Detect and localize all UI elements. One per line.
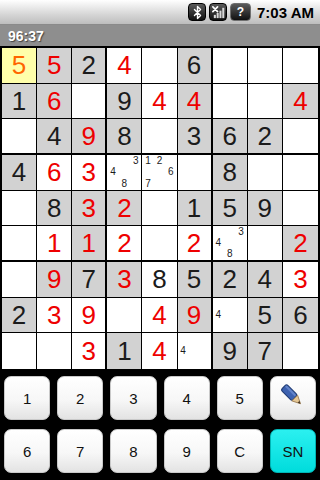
cell-value: 1 xyxy=(47,230,61,256)
cell-value: 1 xyxy=(117,338,131,364)
key-4[interactable]: 4 xyxy=(164,376,210,420)
cell-r1c4[interactable]: 4 xyxy=(107,48,142,84)
cell-value: 5 xyxy=(12,52,26,78)
cell-value: 2 xyxy=(293,230,307,256)
cell-value: 6 xyxy=(47,159,61,185)
cell-r6c3[interactable]: 1 xyxy=(72,226,107,262)
bluetooth-icon xyxy=(188,3,206,21)
cell-value: 4 xyxy=(152,88,166,114)
cell-r7c7[interactable]: 2 xyxy=(213,262,248,298)
key-8[interactable]: 8 xyxy=(110,429,156,473)
cell-value: 4 xyxy=(187,88,201,114)
key-clear[interactable]: C xyxy=(217,429,263,473)
cell-r8c4[interactable] xyxy=(107,298,142,334)
cell-value: 4 xyxy=(117,52,131,78)
cell-r3c7[interactable]: 6 xyxy=(213,119,248,155)
cell-r6c7[interactable]: 348 xyxy=(213,226,248,262)
cell-r3c4[interactable]: 8 xyxy=(107,119,142,155)
cell-r2c8[interactable] xyxy=(248,84,283,120)
cell-r8c1[interactable]: 2 xyxy=(2,298,37,334)
cell-r9c2[interactable] xyxy=(37,333,72,369)
cell-r1c8[interactable] xyxy=(248,48,283,84)
cell-value: 5 xyxy=(47,52,61,78)
cell-r6c4[interactable]: 2 xyxy=(107,226,142,262)
cell-value: 9 xyxy=(187,302,201,328)
cell-value: 6 xyxy=(222,123,236,149)
cell-r7c2[interactable]: 9 xyxy=(37,262,72,298)
signal-no-service-icon xyxy=(209,3,227,21)
cell-r3c6[interactable]: 3 xyxy=(178,119,213,155)
cell-value: 4 xyxy=(258,266,272,292)
cell-r7c4[interactable]: 3 xyxy=(107,262,142,298)
cell-r1c2[interactable]: 5 xyxy=(37,48,72,84)
cell-value: 9 xyxy=(258,195,272,221)
cell-value: 9 xyxy=(117,88,131,114)
cell-r7c1[interactable] xyxy=(2,262,37,298)
cell-r7c3[interactable]: 7 xyxy=(72,262,107,298)
cell-r1c1[interactable]: 5 xyxy=(2,48,37,84)
cell-value: 6 xyxy=(47,88,61,114)
cell-r2c7[interactable] xyxy=(213,84,248,120)
cell-value: 7 xyxy=(258,338,272,364)
cell-r3c3[interactable]: 9 xyxy=(72,119,107,155)
pencil-marks: 4 xyxy=(213,298,247,333)
cell-value: 8 xyxy=(47,195,61,221)
cell-r5c6[interactable]: 1 xyxy=(178,191,213,227)
cell-r6c5[interactable] xyxy=(142,226,177,262)
cell-value: 9 xyxy=(222,338,236,364)
sudoku-board: 5524616944449836246334812678832159112234… xyxy=(0,46,320,371)
cell-value: 3 xyxy=(82,338,96,364)
cell-r2c6[interactable]: 4 xyxy=(178,84,213,120)
cell-value: 8 xyxy=(152,266,166,292)
cell-value: 5 xyxy=(187,266,201,292)
keypad-row-2: 6 7 8 9 C SN xyxy=(4,429,316,473)
cell-r1c7[interactable] xyxy=(213,48,248,84)
cell-value: 5 xyxy=(222,195,236,221)
cell-value: 9 xyxy=(47,266,61,292)
cell-r6c9[interactable]: 2 xyxy=(283,226,318,262)
cell-r4c8[interactable] xyxy=(248,155,283,191)
cell-r8c5[interactable]: 4 xyxy=(142,298,177,334)
cell-value: 7 xyxy=(82,266,96,292)
cell-r2c4[interactable]: 9 xyxy=(107,84,142,120)
cell-value: 4 xyxy=(47,123,61,149)
cell-r7c6[interactable]: 5 xyxy=(178,262,213,298)
cell-r9c7[interactable]: 9 xyxy=(213,333,248,369)
key-5[interactable]: 5 xyxy=(217,376,263,420)
cell-value: 4 xyxy=(152,338,166,364)
cell-value: 4 xyxy=(12,159,26,185)
cell-value: 6 xyxy=(293,302,307,328)
timer-value: 96:37 xyxy=(8,28,44,44)
cell-value: 6 xyxy=(187,52,201,78)
cell-r3c5[interactable] xyxy=(142,119,177,155)
cell-r2c5[interactable]: 4 xyxy=(142,84,177,120)
key-sn[interactable]: SN xyxy=(270,429,316,473)
cell-r6c2[interactable]: 1 xyxy=(37,226,72,262)
key-2[interactable]: 2 xyxy=(57,376,103,420)
status-bar: ? 7:03 AM xyxy=(0,0,320,25)
cell-value: 2 xyxy=(82,52,96,78)
cell-value: 1 xyxy=(12,88,26,114)
pencil-marks: 348 xyxy=(213,226,247,260)
cell-r3c9[interactable] xyxy=(283,119,318,155)
cell-r9c8[interactable]: 7 xyxy=(248,333,283,369)
cell-value: 9 xyxy=(82,302,96,328)
cell-r4c4[interactable]: 348 xyxy=(107,155,142,191)
cell-r8c6[interactable]: 9 xyxy=(178,298,213,334)
cell-r1c9[interactable] xyxy=(283,48,318,84)
pencil-marks: 4 xyxy=(178,333,211,369)
cell-r8c8[interactable]: 5 xyxy=(248,298,283,334)
cell-r2c3[interactable] xyxy=(72,84,107,120)
cell-r5c9[interactable] xyxy=(283,191,318,227)
cell-r6c6[interactable]: 2 xyxy=(178,226,213,262)
keypad-row-1: 1 2 3 4 5 xyxy=(4,376,316,420)
cell-r5c5[interactable] xyxy=(142,191,177,227)
cell-value: 2 xyxy=(222,266,236,292)
cell-r4c1[interactable]: 4 xyxy=(2,155,37,191)
cell-r9c3[interactable]: 3 xyxy=(72,333,107,369)
cell-r1c6[interactable]: 6 xyxy=(178,48,213,84)
cell-value: 2 xyxy=(12,302,26,328)
cell-r8c7[interactable]: 4 xyxy=(213,298,248,334)
timer-bar: 96:37 xyxy=(0,25,320,46)
cell-r8c9[interactable]: 6 xyxy=(283,298,318,334)
cell-r4c3[interactable]: 3 xyxy=(72,155,107,191)
cell-r9c5[interactable]: 4 xyxy=(142,333,177,369)
cell-value: 3 xyxy=(187,123,201,149)
cell-r4c5[interactable]: 1267 xyxy=(142,155,177,191)
cell-value: 8 xyxy=(222,159,236,185)
cell-value: 5 xyxy=(258,302,272,328)
cell-value: 2 xyxy=(117,230,131,256)
cell-value: 3 xyxy=(293,266,307,292)
help-icon: ? xyxy=(230,3,251,21)
cell-r4c2[interactable]: 6 xyxy=(37,155,72,191)
cell-r2c9[interactable]: 4 xyxy=(283,84,318,120)
status-clock: 7:03 AM xyxy=(257,4,314,21)
cell-value: 4 xyxy=(152,302,166,328)
cell-r2c2[interactable]: 6 xyxy=(37,84,72,120)
cell-r5c2[interactable]: 8 xyxy=(37,191,72,227)
cell-r2c1[interactable]: 1 xyxy=(2,84,37,120)
cell-r1c3[interactable]: 2 xyxy=(72,48,107,84)
cell-value: 1 xyxy=(82,230,96,256)
cell-value: 3 xyxy=(82,159,96,185)
cell-value: 9 xyxy=(82,123,96,149)
cell-r9c6[interactable]: 4 xyxy=(178,333,213,369)
cell-r4c6[interactable] xyxy=(178,155,213,191)
cell-r7c8[interactable]: 4 xyxy=(248,262,283,298)
cell-r7c9[interactable]: 3 xyxy=(283,262,318,298)
pencil-icon xyxy=(279,383,307,414)
cell-r9c4[interactable]: 1 xyxy=(107,333,142,369)
key-1[interactable]: 1 xyxy=(4,376,50,420)
cell-r3c8[interactable]: 2 xyxy=(248,119,283,155)
cell-r3c1[interactable] xyxy=(2,119,37,155)
key-6[interactable]: 6 xyxy=(4,429,50,473)
cell-r9c9[interactable] xyxy=(283,333,318,369)
cell-value: 1 xyxy=(187,195,201,221)
cell-r5c3[interactable]: 3 xyxy=(72,191,107,227)
cell-value: 8 xyxy=(117,123,131,149)
cell-r8c2[interactable]: 3 xyxy=(37,298,72,334)
cell-r8c3[interactable]: 9 xyxy=(72,298,107,334)
cell-value: 2 xyxy=(187,230,201,256)
cell-r1c5[interactable] xyxy=(142,48,177,84)
cell-value: 2 xyxy=(258,123,272,149)
keypad: 1 2 3 4 5 6 7 xyxy=(0,371,320,480)
cell-r9c1[interactable] xyxy=(2,333,37,369)
phone-screen: ? 7:03 AM 96:37 552461694444983624633481… xyxy=(0,0,320,480)
cell-r5c7[interactable]: 5 xyxy=(213,191,248,227)
cell-r5c8[interactable]: 9 xyxy=(248,191,283,227)
pencil-marks: 348 xyxy=(107,155,141,190)
cell-r4c9[interactable] xyxy=(283,155,318,191)
cell-r5c1[interactable] xyxy=(2,191,37,227)
cell-r6c8[interactable] xyxy=(248,226,283,262)
pencil-marks: 1267 xyxy=(142,155,176,190)
cell-r4c7[interactable]: 8 xyxy=(213,155,248,191)
cell-value: 3 xyxy=(117,266,131,292)
cell-r5c4[interactable]: 2 xyxy=(107,191,142,227)
cell-value: 4 xyxy=(293,88,307,114)
key-9[interactable]: 9 xyxy=(164,429,210,473)
cell-value: 3 xyxy=(47,302,61,328)
pencil-button[interactable] xyxy=(270,376,316,420)
key-7[interactable]: 7 xyxy=(57,429,103,473)
cell-r3c2[interactable]: 4 xyxy=(37,119,72,155)
key-3[interactable]: 3 xyxy=(110,376,156,420)
cell-r6c1[interactable] xyxy=(2,226,37,262)
cell-r7c5[interactable]: 8 xyxy=(142,262,177,298)
cell-value: 2 xyxy=(117,195,131,221)
cell-value: 3 xyxy=(82,195,96,221)
